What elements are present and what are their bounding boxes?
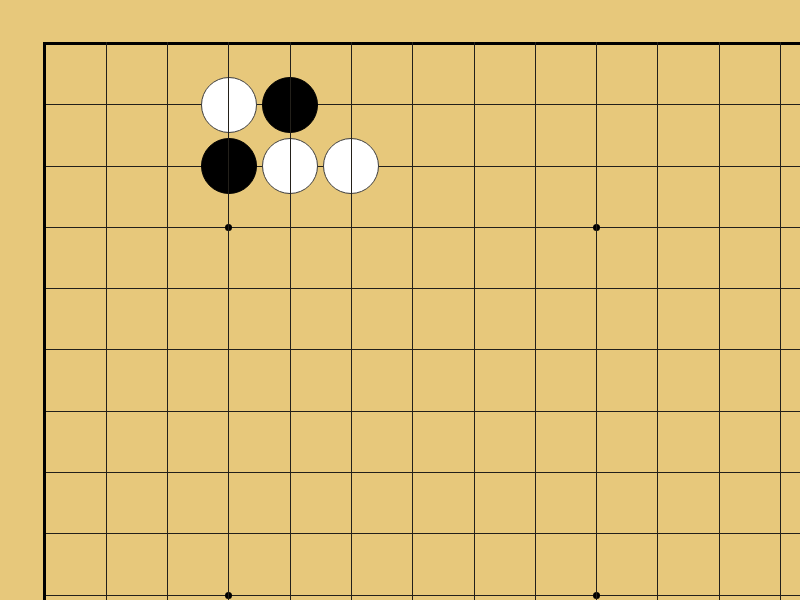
intersection-N14[interactable]	[750, 319, 800, 380]
intersection-M16[interactable]	[689, 197, 750, 258]
white-stone-E17[interactable]	[262, 138, 318, 194]
intersection-N10[interactable]	[750, 565, 800, 600]
star-point	[225, 224, 232, 231]
intersection-L17[interactable]	[627, 135, 688, 196]
intersection-G11[interactable]	[382, 503, 443, 564]
intersection-F10[interactable]	[321, 565, 382, 600]
intersection-L13[interactable]	[627, 381, 688, 442]
intersection-M13[interactable]	[689, 381, 750, 442]
intersection-K19[interactable]	[566, 13, 627, 74]
intersection-H16[interactable]	[443, 197, 504, 258]
intersection-J15[interactable]	[505, 258, 566, 319]
intersection-N16[interactable]	[750, 197, 800, 258]
intersection-E18[interactable]	[260, 74, 321, 135]
intersection-D17[interactable]	[198, 135, 259, 196]
intersection-F17[interactable]	[321, 135, 382, 196]
intersection-J16[interactable]	[505, 197, 566, 258]
intersection-E13[interactable]	[260, 381, 321, 442]
intersection-D14[interactable]	[198, 319, 259, 380]
intersection-M19[interactable]	[689, 13, 750, 74]
intersection-C16[interactable]	[137, 197, 198, 258]
intersection-G18[interactable]	[382, 74, 443, 135]
intersection-E11[interactable]	[260, 503, 321, 564]
intersection-A10[interactable]	[14, 565, 75, 600]
black-stone-D17[interactable]	[201, 138, 257, 194]
intersection-B18[interactable]	[76, 74, 137, 135]
intersection-F18[interactable]	[321, 74, 382, 135]
intersection-E19[interactable]	[260, 13, 321, 74]
intersection-J17[interactable]	[505, 135, 566, 196]
intersection-E10[interactable]	[260, 565, 321, 600]
intersection-C17[interactable]	[137, 135, 198, 196]
intersection-E14[interactable]	[260, 319, 321, 380]
intersection-H18[interactable]	[443, 74, 504, 135]
intersection-E17[interactable]	[260, 135, 321, 196]
intersection-K14[interactable]	[566, 319, 627, 380]
intersection-D13[interactable]	[198, 381, 259, 442]
star-point	[593, 592, 600, 599]
intersection-F16[interactable]	[321, 197, 382, 258]
intersection-D18[interactable]	[198, 74, 259, 135]
intersection-E12[interactable]	[260, 442, 321, 503]
intersection-M15[interactable]	[689, 258, 750, 319]
intersection-A12[interactable]	[14, 442, 75, 503]
intersection-H13[interactable]	[443, 381, 504, 442]
intersection-K13[interactable]	[566, 381, 627, 442]
intersection-L14[interactable]	[627, 319, 688, 380]
intersection-N17[interactable]	[750, 135, 800, 196]
intersection-A18[interactable]	[14, 74, 75, 135]
intersection-F14[interactable]	[321, 319, 382, 380]
intersection-H11[interactable]	[443, 503, 504, 564]
star-point	[593, 224, 600, 231]
intersection-M10[interactable]	[689, 565, 750, 600]
intersection-A17[interactable]	[14, 135, 75, 196]
intersection-B13[interactable]	[76, 381, 137, 442]
intersection-K18[interactable]	[566, 74, 627, 135]
intersection-L16[interactable]	[627, 197, 688, 258]
intersection-D11[interactable]	[198, 503, 259, 564]
intersection-L19[interactable]	[627, 13, 688, 74]
intersection-M11[interactable]	[689, 503, 750, 564]
intersection-A11[interactable]	[14, 503, 75, 564]
intersection-B19[interactable]	[76, 13, 137, 74]
intersection-A16[interactable]	[14, 197, 75, 258]
intersection-C18[interactable]	[137, 74, 198, 135]
intersection-C19[interactable]	[137, 13, 198, 74]
intersection-J11[interactable]	[505, 503, 566, 564]
go-board[interactable]	[14, 13, 800, 600]
intersection-J12[interactable]	[505, 442, 566, 503]
intersection-C15[interactable]	[137, 258, 198, 319]
intersection-G12[interactable]	[382, 442, 443, 503]
intersection-B10[interactable]	[76, 565, 137, 600]
white-stone-D18[interactable]	[201, 77, 257, 133]
intersection-G19[interactable]	[382, 13, 443, 74]
intersection-B12[interactable]	[76, 442, 137, 503]
black-stone-E18[interactable]	[262, 77, 318, 133]
intersection-J13[interactable]	[505, 381, 566, 442]
intersection-D15[interactable]	[198, 258, 259, 319]
intersection-F13[interactable]	[321, 381, 382, 442]
intersection-N19[interactable]	[750, 13, 800, 74]
intersection-J14[interactable]	[505, 319, 566, 380]
intersection-B17[interactable]	[76, 135, 137, 196]
intersection-G17[interactable]	[382, 135, 443, 196]
intersection-J18[interactable]	[505, 74, 566, 135]
intersection-F19[interactable]	[321, 13, 382, 74]
intersection-C12[interactable]	[137, 442, 198, 503]
intersection-D12[interactable]	[198, 442, 259, 503]
intersection-G10[interactable]	[382, 565, 443, 600]
intersection-L18[interactable]	[627, 74, 688, 135]
intersection-F11[interactable]	[321, 503, 382, 564]
intersection-N15[interactable]	[750, 258, 800, 319]
white-stone-F17[interactable]	[323, 138, 379, 194]
intersection-A14[interactable]	[14, 319, 75, 380]
intersection-H12[interactable]	[443, 442, 504, 503]
intersection-B15[interactable]	[76, 258, 137, 319]
intersection-M17[interactable]	[689, 135, 750, 196]
intersection-N11[interactable]	[750, 503, 800, 564]
intersection-G16[interactable]	[382, 197, 443, 258]
intersection-B14[interactable]	[76, 319, 137, 380]
intersection-C11[interactable]	[137, 503, 198, 564]
intersection-L10[interactable]	[627, 565, 688, 600]
intersection-L12[interactable]	[627, 442, 688, 503]
intersection-A19[interactable]	[14, 13, 75, 74]
intersection-B11[interactable]	[76, 503, 137, 564]
intersection-D19[interactable]	[198, 13, 259, 74]
intersection-G13[interactable]	[382, 381, 443, 442]
intersection-M12[interactable]	[689, 442, 750, 503]
intersection-B16[interactable]	[76, 197, 137, 258]
intersection-F15[interactable]	[321, 258, 382, 319]
star-point	[225, 592, 232, 599]
intersection-E16[interactable]	[260, 197, 321, 258]
intersection-H15[interactable]	[443, 258, 504, 319]
intersection-D16[interactable]	[198, 197, 259, 258]
intersection-K11[interactable]	[566, 503, 627, 564]
intersection-H14[interactable]	[443, 319, 504, 380]
intersection-K17[interactable]	[566, 135, 627, 196]
intersection-A13[interactable]	[14, 381, 75, 442]
intersection-H19[interactable]	[443, 13, 504, 74]
intersection-K16[interactable]	[566, 197, 627, 258]
intersection-K15[interactable]	[566, 258, 627, 319]
intersection-G14[interactable]	[382, 319, 443, 380]
intersection-K12[interactable]	[566, 442, 627, 503]
intersection-M18[interactable]	[689, 74, 750, 135]
intersection-N13[interactable]	[750, 381, 800, 442]
intersection-F12[interactable]	[321, 442, 382, 503]
intersection-N12[interactable]	[750, 442, 800, 503]
intersection-J10[interactable]	[505, 565, 566, 600]
intersection-H10[interactable]	[443, 565, 504, 600]
intersection-E15[interactable]	[260, 258, 321, 319]
intersection-J19[interactable]	[505, 13, 566, 74]
intersection-K10[interactable]	[566, 565, 627, 600]
intersection-C14[interactable]	[137, 319, 198, 380]
intersection-N18[interactable]	[750, 74, 800, 135]
intersection-C10[interactable]	[137, 565, 198, 600]
intersection-A15[interactable]	[14, 258, 75, 319]
intersection-M14[interactable]	[689, 319, 750, 380]
intersection-D10[interactable]	[198, 565, 259, 600]
intersection-C13[interactable]	[137, 381, 198, 442]
intersection-L15[interactable]	[627, 258, 688, 319]
intersection-H17[interactable]	[443, 135, 504, 196]
intersection-G15[interactable]	[382, 258, 443, 319]
intersection-L11[interactable]	[627, 503, 688, 564]
